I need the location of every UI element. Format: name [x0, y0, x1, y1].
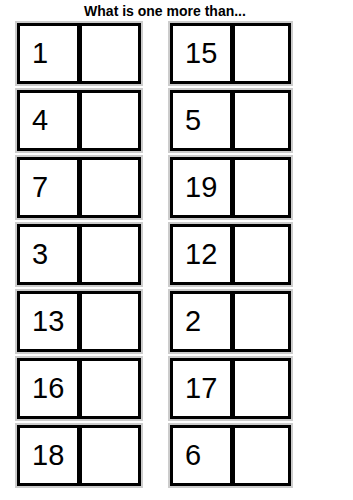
number-card: 7 [17, 157, 141, 218]
number-card: 5 [170, 90, 291, 151]
given-number: 6 [173, 428, 230, 483]
number-card: 17 [170, 358, 291, 419]
number-card: 12 [170, 224, 291, 285]
given-number: 7 [20, 160, 77, 215]
answer-box[interactable] [235, 160, 288, 215]
given-number: 12 [173, 227, 230, 282]
given-number: 5 [173, 93, 230, 148]
given-number: 16 [20, 361, 77, 416]
answer-box[interactable] [82, 361, 138, 416]
answer-box[interactable] [82, 160, 138, 215]
given-number: 18 [20, 428, 77, 483]
number-card: 6 [170, 425, 291, 486]
number-card: 2 [170, 291, 291, 352]
answer-box[interactable] [82, 294, 138, 349]
number-card: 15 [170, 23, 291, 84]
answer-box[interactable] [235, 26, 288, 81]
answer-box[interactable] [235, 361, 288, 416]
answer-box[interactable] [235, 227, 288, 282]
answer-box[interactable] [235, 294, 288, 349]
number-card: 4 [17, 90, 141, 151]
answer-box[interactable] [82, 93, 138, 148]
given-number: 1 [20, 26, 77, 81]
given-number: 2 [173, 294, 230, 349]
answer-box[interactable] [82, 428, 138, 483]
number-card: 19 [170, 157, 291, 218]
given-number: 15 [173, 26, 230, 81]
given-number: 4 [20, 93, 77, 148]
worksheet: What is one more than... 1 15 4 5 7 [0, 3, 353, 500]
answer-box[interactable] [235, 428, 288, 483]
answer-box[interactable] [235, 93, 288, 148]
answer-box[interactable] [82, 227, 138, 282]
given-number: 17 [173, 361, 230, 416]
number-card: 3 [17, 224, 141, 285]
number-card: 13 [17, 291, 141, 352]
number-card: 18 [17, 425, 141, 486]
given-number: 3 [20, 227, 77, 282]
answer-box[interactable] [82, 26, 138, 81]
given-number: 19 [173, 160, 230, 215]
cards-grid: 1 15 4 5 7 19 3 [17, 23, 353, 486]
worksheet-title: What is one more than... [0, 3, 330, 19]
number-card: 1 [17, 23, 141, 84]
number-card: 16 [17, 358, 141, 419]
given-number: 13 [20, 294, 77, 349]
